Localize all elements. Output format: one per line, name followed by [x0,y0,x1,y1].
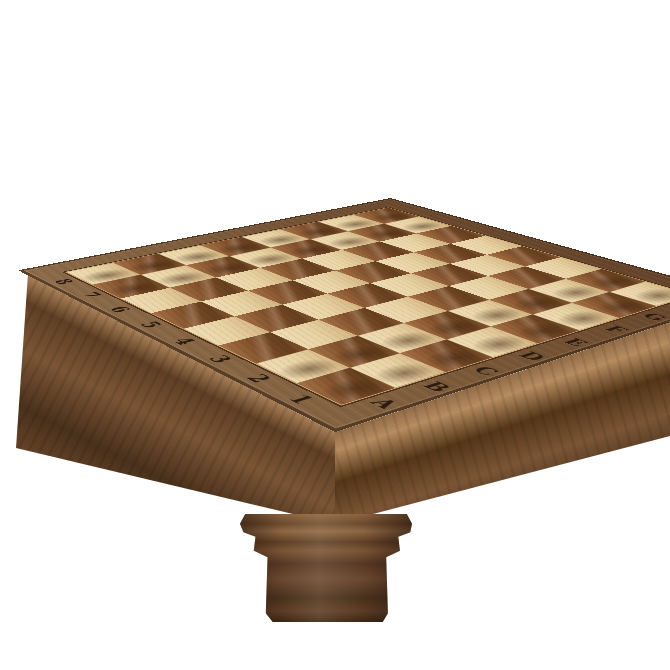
rank-label-8: 8 [48,278,78,286]
rank-label-6: 6 [103,305,135,314]
rank-label-7: 7 [75,291,106,300]
chess-board: ♜♞♝♛♚♝♞♜♟♟♟♟♟♟♟♟♟♟♟♟♟♟♟♟♜♞♝♛♚♝♞♜ 1234567… [18,198,670,432]
playing-field: ♜♞♝♛♚♝♞♜♟♟♟♟♟♟♟♟♟♟♟♟♟♟♟♟♜♞♝♛♚♝♞♜ [67,208,670,405]
board-frame: ♜♞♝♛♚♝♞♜♟♟♟♟♟♟♟♟♟♟♟♟♟♟♟♟♜♞♝♛♚♝♞♜ 1234567… [18,198,670,432]
rank-label-4: 4 [167,336,201,347]
board-3d-stage: ♜♞♝♛♚♝♞♜♟♟♟♟♟♟♟♟♟♟♟♟♟♟♟♟♜♞♝♛♚♝♞♜ 1234567… [0,0,670,670]
rank-label-1: 1 [282,392,320,406]
rank-label-3: 3 [202,353,237,365]
rank-label-5: 5 [134,320,167,330]
file-label-a: A [365,396,405,411]
scene: ♜♞♝♛♚♝♞♜♟♟♟♟♟♟♟♟♟♟♟♟♟♟♟♟♜♞♝♛♚♝♞♜ 1234567… [0,0,670,670]
